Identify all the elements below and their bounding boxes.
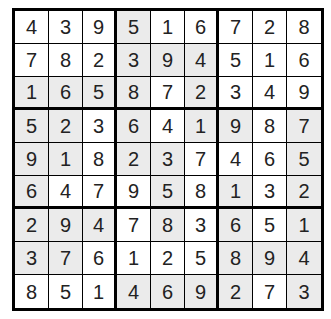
sudoku-cell-r1c4: 5 [117,11,151,44]
page: 4395167287823945161658723495236419879182… [0,0,331,319]
sudoku-cell-r4c4: 6 [117,110,151,143]
sudoku-cell-r5c4: 2 [117,143,151,176]
sudoku-cell-r5c9: 5 [287,143,321,176]
sudoku-cell-r7c4: 7 [117,209,151,242]
sudoku-board: 4395167287823945161658723495236419879182… [12,8,324,311]
sudoku-cell-r1c7: 7 [219,11,253,44]
sudoku-cell-r9c9: 3 [287,275,321,308]
sudoku-cell-r1c8: 2 [253,11,287,44]
sudoku-cell-r5c1: 9 [15,143,49,176]
sudoku-cell-r9c1: 8 [15,275,49,308]
sudoku-cell-r3c9: 9 [287,77,321,110]
sudoku-cell-r2c5: 9 [151,44,185,77]
sudoku-cell-r8c9: 4 [287,242,321,275]
sudoku-cell-r6c6: 8 [185,176,219,209]
sudoku-cell-r2c4: 3 [117,44,151,77]
sudoku-cell-r2c3: 2 [83,44,117,77]
sudoku-cell-r9c4: 4 [117,275,151,308]
sudoku-cell-r7c3: 4 [83,209,117,242]
sudoku-cell-r9c2: 5 [49,275,83,308]
sudoku-cell-r5c6: 7 [185,143,219,176]
sudoku-cell-r4c5: 4 [151,110,185,143]
sudoku-cell-r7c2: 9 [49,209,83,242]
sudoku-cell-r5c5: 3 [151,143,185,176]
sudoku-cell-r6c7: 1 [219,176,253,209]
sudoku-cell-r4c6: 1 [185,110,219,143]
sudoku-cell-r9c6: 9 [185,275,219,308]
sudoku-cell-r1c2: 3 [49,11,83,44]
sudoku-cell-r7c6: 3 [185,209,219,242]
sudoku-cell-r9c7: 2 [219,275,253,308]
sudoku-cell-r6c8: 3 [253,176,287,209]
sudoku-cell-r2c8: 1 [253,44,287,77]
sudoku-cell-r6c9: 2 [287,176,321,209]
sudoku-cell-r9c5: 6 [151,275,185,308]
sudoku-cell-r3c6: 2 [185,77,219,110]
sudoku-cell-r3c4: 8 [117,77,151,110]
sudoku-cell-r5c3: 8 [83,143,117,176]
sudoku-cell-r6c1: 6 [15,176,49,209]
sudoku-cell-r5c8: 6 [253,143,287,176]
sudoku-cell-r6c3: 7 [83,176,117,209]
sudoku-cell-r9c8: 7 [253,275,287,308]
sudoku-cell-r3c7: 3 [219,77,253,110]
sudoku-cell-r6c5: 5 [151,176,185,209]
sudoku-cell-r1c1: 4 [15,11,49,44]
sudoku-cell-r7c1: 2 [15,209,49,242]
sudoku-cell-r8c2: 7 [49,242,83,275]
sudoku-cell-r2c2: 8 [49,44,83,77]
sudoku-cell-r7c5: 8 [151,209,185,242]
sudoku-cell-r8c3: 6 [83,242,117,275]
sudoku-cell-r8c5: 2 [151,242,185,275]
sudoku-cell-r1c5: 1 [151,11,185,44]
sudoku-cell-r8c8: 9 [253,242,287,275]
sudoku-cell-r5c2: 1 [49,143,83,176]
sudoku-cell-r3c5: 7 [151,77,185,110]
sudoku-cell-r3c3: 5 [83,77,117,110]
sudoku-cell-r9c3: 1 [83,275,117,308]
sudoku-cell-r4c3: 3 [83,110,117,143]
sudoku-cell-r8c4: 1 [117,242,151,275]
sudoku-cell-r3c8: 4 [253,77,287,110]
sudoku-cell-r7c8: 5 [253,209,287,242]
sudoku-cell-r8c1: 3 [15,242,49,275]
sudoku-cell-r3c2: 6 [49,77,83,110]
sudoku-cell-r7c9: 1 [287,209,321,242]
sudoku-cell-r2c1: 7 [15,44,49,77]
sudoku-cell-r6c4: 9 [117,176,151,209]
sudoku-cell-r4c8: 8 [253,110,287,143]
sudoku-cell-r1c6: 6 [185,11,219,44]
sudoku-cell-r1c9: 8 [287,11,321,44]
sudoku-cell-r3c1: 1 [15,77,49,110]
sudoku-cell-r8c7: 8 [219,242,253,275]
sudoku-cell-r7c7: 6 [219,209,253,242]
sudoku-cell-r2c9: 6 [287,44,321,77]
sudoku-cell-r4c9: 7 [287,110,321,143]
sudoku-cell-r2c6: 4 [185,44,219,77]
sudoku-cell-r4c2: 2 [49,110,83,143]
sudoku-cell-r5c7: 4 [219,143,253,176]
sudoku-cell-r1c3: 9 [83,11,117,44]
sudoku-cell-r4c1: 5 [15,110,49,143]
sudoku-cell-r4c7: 9 [219,110,253,143]
sudoku-cell-r6c2: 4 [49,176,83,209]
sudoku-cell-r2c7: 5 [219,44,253,77]
sudoku-cell-r8c6: 5 [185,242,219,275]
